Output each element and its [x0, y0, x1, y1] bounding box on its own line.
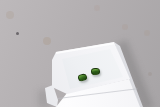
- surface-speck: [43, 37, 51, 45]
- surface-speck: [148, 72, 152, 76]
- surface-speck: [6, 11, 14, 19]
- surface-speck: [94, 5, 100, 11]
- surface-speck: [144, 30, 150, 36]
- surface-speck: [16, 32, 19, 35]
- surface-speck: [122, 24, 128, 30]
- gemstone-photo: [0, 0, 160, 107]
